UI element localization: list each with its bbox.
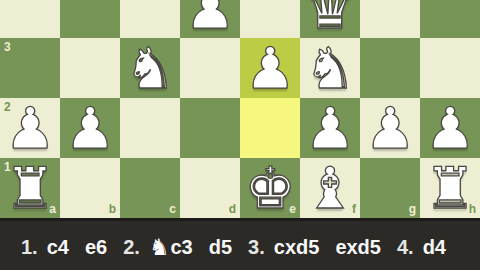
- move-white-3[interactable]: cxd5: [274, 236, 320, 258]
- square-h1[interactable]: h♜: [420, 158, 480, 218]
- square-f2[interactable]: ♟: [300, 98, 360, 158]
- square-d3[interactable]: [180, 38, 240, 98]
- square-g3[interactable]: [360, 38, 420, 98]
- piece-white-knight[interactable]: ♞: [124, 38, 175, 98]
- square-e2[interactable]: [240, 98, 300, 158]
- move-black-1[interactable]: e6: [85, 236, 107, 258]
- piece-white-king[interactable]: ♚: [244, 158, 295, 218]
- move-white-text-2: c3: [171, 236, 193, 258]
- move-white-text-3: cxd5: [274, 236, 320, 258]
- move-white-1[interactable]: c4: [47, 236, 69, 258]
- file-label-h: h: [469, 203, 476, 215]
- move-number-3: 3.: [248, 236, 265, 258]
- square-a1[interactable]: 1a♜: [0, 158, 60, 218]
- file-label-d: d: [229, 203, 236, 215]
- square-b2[interactable]: ♟: [60, 98, 120, 158]
- move-black-2[interactable]: d5: [209, 236, 232, 258]
- piece-white-pawn[interactable]: ♟: [64, 98, 115, 158]
- rank-label-2: 2: [4, 101, 11, 113]
- square-g2[interactable]: ♟: [360, 98, 420, 158]
- square-e4[interactable]: [240, 0, 300, 38]
- piece-white-bishop[interactable]: ♝: [304, 158, 355, 218]
- square-f1[interactable]: f♝: [300, 158, 360, 218]
- square-f4[interactable]: ♛: [300, 0, 360, 38]
- piece-white-knight[interactable]: ♞: [304, 38, 355, 98]
- square-c2[interactable]: [120, 98, 180, 158]
- square-g4[interactable]: [360, 0, 420, 38]
- square-a2[interactable]: 2♟: [0, 98, 60, 158]
- square-h4[interactable]: [420, 0, 480, 38]
- file-label-c: c: [169, 203, 176, 215]
- square-a4[interactable]: [0, 0, 60, 38]
- move-number-4: 4.: [397, 236, 414, 258]
- move-number-2: 2.: [123, 236, 140, 258]
- square-a3[interactable]: 3: [0, 38, 60, 98]
- piece-white-pawn[interactable]: ♟: [424, 98, 475, 158]
- piece-white-pawn[interactable]: ♟: [4, 98, 55, 158]
- move-black-3[interactable]: exd5: [335, 236, 381, 258]
- file-label-b: b: [109, 203, 116, 215]
- square-h3[interactable]: [420, 38, 480, 98]
- square-b1[interactable]: b: [60, 158, 120, 218]
- move-white-2[interactable]: ♞c3: [149, 236, 193, 258]
- move-white-text-4: d4: [423, 236, 446, 258]
- chess-app-screen: ♟♛3♞♟♞2♟♟♟♟♟1a♜bcde♚f♝gh♜ 1.c4e62.♞c3d53…: [0, 0, 480, 270]
- square-h2[interactable]: ♟: [420, 98, 480, 158]
- square-c4[interactable]: [120, 0, 180, 38]
- square-g1[interactable]: g: [360, 158, 420, 218]
- board-grid: ♟♛3♞♟♞2♟♟♟♟♟1a♜bcde♚f♝gh♜: [0, 0, 480, 218]
- rank-label-1: 1: [4, 161, 11, 173]
- piece-white-queen[interactable]: ♛: [304, 0, 355, 38]
- square-b4[interactable]: [60, 0, 120, 38]
- square-c1[interactable]: c: [120, 158, 180, 218]
- white-knight-icon: ♞: [149, 236, 170, 258]
- square-d2[interactable]: [180, 98, 240, 158]
- move-white-4[interactable]: d4: [423, 236, 446, 258]
- chess-board: ♟♛3♞♟♞2♟♟♟♟♟1a♜bcde♚f♝gh♜: [0, 0, 480, 218]
- piece-white-pawn[interactable]: ♟: [184, 0, 235, 38]
- move-number-1: 1.: [21, 236, 38, 258]
- piece-white-pawn[interactable]: ♟: [244, 38, 295, 98]
- move-list-bar: 1.c4e62.♞c3d53.cxd5exd54.d4: [0, 218, 480, 270]
- file-label-e: e: [289, 203, 296, 215]
- square-d1[interactable]: d: [180, 158, 240, 218]
- file-label-a: a: [49, 203, 56, 215]
- piece-white-pawn[interactable]: ♟: [364, 98, 415, 158]
- square-e3[interactable]: ♟: [240, 38, 300, 98]
- move-white-text-1: c4: [47, 236, 69, 258]
- file-label-f: f: [352, 203, 356, 215]
- square-b3[interactable]: [60, 38, 120, 98]
- rank-label-3: 3: [4, 41, 11, 53]
- piece-white-pawn[interactable]: ♟: [304, 98, 355, 158]
- square-e1[interactable]: e♚: [240, 158, 300, 218]
- file-label-g: g: [409, 203, 416, 215]
- square-c3[interactable]: ♞: [120, 38, 180, 98]
- piece-white-rook[interactable]: ♜: [4, 158, 55, 218]
- square-d4[interactable]: ♟: [180, 0, 240, 38]
- square-f3[interactable]: ♞: [300, 38, 360, 98]
